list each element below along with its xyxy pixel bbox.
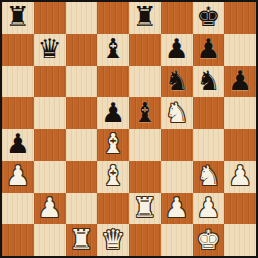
square-c3[interactable] — [66, 161, 98, 193]
chess-board: ♜♜♚♛♝♟♟♞♞♟♟♝♞♟♝♟♝♞♟♟♜♟♟♜♛♚ — [2, 2, 256, 256]
square-b8[interactable] — [34, 2, 66, 34]
square-f1[interactable] — [161, 224, 193, 256]
square-h5[interactable] — [224, 97, 256, 129]
black-queen[interactable]: ♛ — [38, 35, 62, 62]
square-f8[interactable] — [161, 2, 193, 34]
square-a8[interactable]: ♜ — [2, 2, 34, 34]
square-e1[interactable] — [129, 224, 161, 256]
square-f3[interactable] — [161, 161, 193, 193]
square-d4[interactable]: ♝ — [97, 129, 129, 161]
square-d7[interactable]: ♝ — [97, 34, 129, 66]
square-g2[interactable]: ♟ — [193, 193, 225, 225]
square-e3[interactable] — [129, 161, 161, 193]
square-h3[interactable]: ♟ — [224, 161, 256, 193]
black-bishop[interactable]: ♝ — [133, 99, 157, 126]
white-bishop[interactable]: ♝ — [101, 130, 125, 157]
square-a3[interactable]: ♟ — [2, 161, 34, 193]
black-knight[interactable]: ♞ — [165, 67, 189, 94]
white-queen[interactable]: ♛ — [101, 226, 125, 253]
white-pawn[interactable]: ♟ — [38, 194, 62, 221]
square-a1[interactable] — [2, 224, 34, 256]
square-e2[interactable]: ♜ — [129, 193, 161, 225]
square-c4[interactable] — [66, 129, 98, 161]
square-h7[interactable] — [224, 34, 256, 66]
square-b3[interactable] — [34, 161, 66, 193]
square-g4[interactable] — [193, 129, 225, 161]
square-g5[interactable] — [193, 97, 225, 129]
square-b2[interactable]: ♟ — [34, 193, 66, 225]
square-d5[interactable]: ♟ — [97, 97, 129, 129]
white-rook[interactable]: ♜ — [69, 226, 93, 253]
black-pawn[interactable]: ♟ — [228, 67, 252, 94]
square-g6[interactable]: ♞ — [193, 66, 225, 98]
black-knight[interactable]: ♞ — [196, 67, 220, 94]
square-f2[interactable]: ♟ — [161, 193, 193, 225]
square-a4[interactable]: ♟ — [2, 129, 34, 161]
square-f6[interactable]: ♞ — [161, 66, 193, 98]
square-c6[interactable] — [66, 66, 98, 98]
square-f4[interactable] — [161, 129, 193, 161]
square-b5[interactable] — [34, 97, 66, 129]
square-a2[interactable] — [2, 193, 34, 225]
black-pawn[interactable]: ♟ — [6, 130, 30, 157]
square-e4[interactable] — [129, 129, 161, 161]
square-e6[interactable] — [129, 66, 161, 98]
square-b1[interactable] — [34, 224, 66, 256]
square-h1[interactable] — [224, 224, 256, 256]
square-c1[interactable]: ♜ — [66, 224, 98, 256]
white-pawn[interactable]: ♟ — [6, 162, 30, 189]
square-a7[interactable] — [2, 34, 34, 66]
square-a6[interactable] — [2, 66, 34, 98]
square-g8[interactable]: ♚ — [193, 2, 225, 34]
white-pawn[interactable]: ♟ — [196, 194, 220, 221]
white-pawn[interactable]: ♟ — [165, 194, 189, 221]
square-c7[interactable] — [66, 34, 98, 66]
square-d1[interactable]: ♛ — [97, 224, 129, 256]
square-e7[interactable] — [129, 34, 161, 66]
square-c2[interactable] — [66, 193, 98, 225]
black-pawn[interactable]: ♟ — [196, 35, 220, 62]
square-e8[interactable]: ♜ — [129, 2, 161, 34]
square-b6[interactable] — [34, 66, 66, 98]
square-b4[interactable] — [34, 129, 66, 161]
square-d3[interactable]: ♝ — [97, 161, 129, 193]
square-d8[interactable] — [97, 2, 129, 34]
black-rook[interactable]: ♜ — [133, 3, 157, 30]
black-pawn[interactable]: ♟ — [101, 99, 125, 126]
white-knight[interactable]: ♞ — [165, 99, 189, 126]
square-g3[interactable]: ♞ — [193, 161, 225, 193]
black-king[interactable]: ♚ — [196, 3, 220, 30]
white-rook[interactable]: ♜ — [133, 194, 157, 221]
square-h8[interactable] — [224, 2, 256, 34]
square-g1[interactable]: ♚ — [193, 224, 225, 256]
black-pawn[interactable]: ♟ — [165, 35, 189, 62]
white-king[interactable]: ♚ — [196, 226, 220, 253]
square-h6[interactable]: ♟ — [224, 66, 256, 98]
square-f5[interactable]: ♞ — [161, 97, 193, 129]
black-rook[interactable]: ♜ — [6, 3, 30, 30]
square-d6[interactable] — [97, 66, 129, 98]
square-f7[interactable]: ♟ — [161, 34, 193, 66]
square-h4[interactable] — [224, 129, 256, 161]
white-knight[interactable]: ♞ — [196, 162, 220, 189]
square-a5[interactable] — [2, 97, 34, 129]
white-bishop[interactable]: ♝ — [101, 162, 125, 189]
chess-board-frame: ♜♜♚♛♝♟♟♞♞♟♟♝♞♟♝♟♝♞♟♟♜♟♟♜♛♚ — [0, 0, 258, 258]
black-bishop[interactable]: ♝ — [101, 35, 125, 62]
square-d2[interactable] — [97, 193, 129, 225]
square-h2[interactable] — [224, 193, 256, 225]
square-e5[interactable]: ♝ — [129, 97, 161, 129]
square-g7[interactable]: ♟ — [193, 34, 225, 66]
square-b7[interactable]: ♛ — [34, 34, 66, 66]
square-c5[interactable] — [66, 97, 98, 129]
square-c8[interactable] — [66, 2, 98, 34]
white-pawn[interactable]: ♟ — [228, 162, 252, 189]
